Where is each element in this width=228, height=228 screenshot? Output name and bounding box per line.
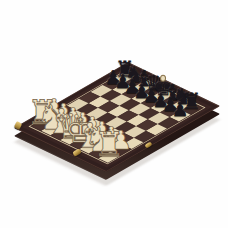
white-rook[interactable]: ♜ (94, 128, 124, 162)
black-pawn[interactable]: ♟ (171, 99, 188, 118)
chess-set-photo: ♜♞♝♛♚♝♞♜♟♟♟♟♟♟♟♟♟♟♟♟♟♟♟♟♜♞♝♛♚♝♞♜ (0, 0, 228, 228)
pieces-layer: ♜♞♝♛♚♝♞♜♟♟♟♟♟♟♟♟♟♟♟♟♟♟♟♟♜♞♝♛♚♝♞♜ (0, 0, 228, 228)
